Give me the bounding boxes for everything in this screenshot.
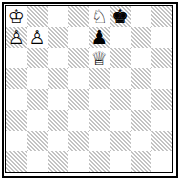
square-h7[interactable] xyxy=(151,27,172,48)
square-c8[interactable] xyxy=(48,6,69,27)
square-h1[interactable] xyxy=(151,151,172,172)
square-d3[interactable] xyxy=(68,110,89,131)
square-b8[interactable] xyxy=(27,6,48,27)
square-a6[interactable] xyxy=(6,48,27,69)
square-e5[interactable] xyxy=(89,68,110,89)
square-f1[interactable] xyxy=(110,151,131,172)
white-knight-piece: ♘ xyxy=(91,6,108,26)
square-b4[interactable] xyxy=(27,89,48,110)
square-h5[interactable] xyxy=(151,68,172,89)
square-c2[interactable] xyxy=(48,131,69,152)
square-c6[interactable] xyxy=(48,48,69,69)
white-pawn-piece: ♙ xyxy=(8,27,25,47)
square-h2[interactable] xyxy=(151,131,172,152)
square-f7[interactable] xyxy=(110,27,131,48)
board-inner-frame: ♚♔♞♘♚♚♟♙♟♙♟♟♛♕ xyxy=(5,5,173,173)
square-b1[interactable] xyxy=(27,151,48,172)
square-c7[interactable] xyxy=(48,27,69,48)
square-e3[interactable] xyxy=(89,110,110,131)
square-h4[interactable] xyxy=(151,89,172,110)
square-f2[interactable] xyxy=(110,131,131,152)
square-a5[interactable] xyxy=(6,68,27,89)
square-e1[interactable] xyxy=(89,151,110,172)
square-a4[interactable] xyxy=(6,89,27,110)
square-d5[interactable] xyxy=(68,68,89,89)
square-d4[interactable] xyxy=(68,89,89,110)
square-f4[interactable] xyxy=(110,89,131,110)
white-queen-piece: ♕ xyxy=(91,48,108,68)
white-pawn-piece: ♙ xyxy=(29,27,46,47)
square-c5[interactable] xyxy=(48,68,69,89)
square-e6[interactable]: ♛♕ xyxy=(89,48,110,69)
square-d6[interactable] xyxy=(68,48,89,69)
square-d1[interactable] xyxy=(68,151,89,172)
square-d2[interactable] xyxy=(68,131,89,152)
square-h6[interactable] xyxy=(151,48,172,69)
square-f5[interactable] xyxy=(110,68,131,89)
square-h8[interactable] xyxy=(151,6,172,27)
square-b7[interactable]: ♟♙ xyxy=(27,27,48,48)
square-d8[interactable] xyxy=(68,6,89,27)
square-g4[interactable] xyxy=(131,89,152,110)
board-frame: ♚♔♞♘♚♚♟♙♟♙♟♟♛♕ xyxy=(2,2,178,178)
square-c4[interactable] xyxy=(48,89,69,110)
black-pawn-piece: ♟ xyxy=(91,27,108,47)
square-f3[interactable] xyxy=(110,110,131,131)
square-b5[interactable] xyxy=(27,68,48,89)
square-f6[interactable] xyxy=(110,48,131,69)
square-e7[interactable]: ♟♟ xyxy=(89,27,110,48)
square-g2[interactable] xyxy=(131,131,152,152)
square-b6[interactable] xyxy=(27,48,48,69)
square-a3[interactable] xyxy=(6,110,27,131)
square-c1[interactable] xyxy=(48,151,69,172)
chess-board: ♚♔♞♘♚♚♟♙♟♙♟♟♛♕ xyxy=(6,6,172,172)
square-e4[interactable] xyxy=(89,89,110,110)
square-a7[interactable]: ♟♙ xyxy=(6,27,27,48)
square-a8[interactable]: ♚♔ xyxy=(6,6,27,27)
square-g5[interactable] xyxy=(131,68,152,89)
square-g3[interactable] xyxy=(131,110,152,131)
square-a1[interactable] xyxy=(6,151,27,172)
square-e8[interactable]: ♞♘ xyxy=(89,6,110,27)
square-b2[interactable] xyxy=(27,131,48,152)
square-d7[interactable] xyxy=(68,27,89,48)
square-g8[interactable] xyxy=(131,6,152,27)
square-a2[interactable] xyxy=(6,131,27,152)
square-f8[interactable]: ♚♚ xyxy=(110,6,131,27)
square-b3[interactable] xyxy=(27,110,48,131)
square-g6[interactable] xyxy=(131,48,152,69)
square-g1[interactable] xyxy=(131,151,152,172)
black-king-piece: ♚ xyxy=(112,6,129,26)
square-e2[interactable] xyxy=(89,131,110,152)
square-c3[interactable] xyxy=(48,110,69,131)
square-g7[interactable] xyxy=(131,27,152,48)
square-h3[interactable] xyxy=(151,110,172,131)
white-king-piece: ♔ xyxy=(8,6,25,26)
